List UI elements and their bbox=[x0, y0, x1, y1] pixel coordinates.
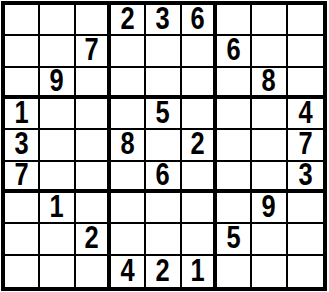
cell-r8c8[interactable] bbox=[252, 224, 287, 255]
given-digit: 3 bbox=[298, 162, 312, 190]
cell-r7c9[interactable] bbox=[288, 193, 323, 224]
given-digit: 6 bbox=[227, 36, 241, 65]
cell-r8c2[interactable] bbox=[40, 224, 75, 255]
cell-r7c6[interactable] bbox=[182, 193, 217, 224]
cell-r9c5: 2 bbox=[146, 256, 181, 287]
cell-r2c8[interactable] bbox=[252, 36, 287, 67]
cell-r7c5[interactable] bbox=[146, 193, 181, 224]
given-digit: 1 bbox=[15, 99, 29, 128]
cell-r8c5[interactable] bbox=[146, 224, 181, 255]
cell-r8c9[interactable] bbox=[288, 224, 323, 255]
given-digit: 1 bbox=[50, 193, 64, 222]
given-digit: 9 bbox=[262, 193, 276, 222]
cell-r8c3: 2 bbox=[76, 224, 111, 255]
cell-r1c5: 3 bbox=[146, 5, 181, 36]
cell-r3c3[interactable] bbox=[76, 68, 111, 99]
cell-r2c4[interactable] bbox=[111, 36, 146, 67]
cell-r1c2[interactable] bbox=[40, 5, 75, 36]
cell-r4c4[interactable] bbox=[111, 99, 146, 130]
given-digit: 9 bbox=[50, 68, 64, 96]
cell-r9c7[interactable] bbox=[217, 256, 252, 287]
cell-r9c8[interactable] bbox=[252, 256, 287, 287]
cell-r5c3[interactable] bbox=[76, 130, 111, 161]
cell-r3c1[interactable] bbox=[5, 68, 40, 99]
cell-r6c8[interactable] bbox=[252, 162, 287, 193]
cell-r3c2: 9 bbox=[40, 68, 75, 99]
cell-r4c7[interactable] bbox=[217, 99, 252, 130]
cell-r6c6[interactable] bbox=[182, 162, 217, 193]
cell-r4c3[interactable] bbox=[76, 99, 111, 130]
given-digit: 2 bbox=[121, 5, 135, 34]
cell-r3c7[interactable] bbox=[217, 68, 252, 99]
cell-r3c9[interactable] bbox=[288, 68, 323, 99]
given-digit: 7 bbox=[84, 36, 98, 65]
given-digit: 5 bbox=[227, 224, 241, 253]
cell-r4c2[interactable] bbox=[40, 99, 75, 130]
cell-r5c2[interactable] bbox=[40, 130, 75, 161]
cell-r8c4[interactable] bbox=[111, 224, 146, 255]
cell-r4c1: 1 bbox=[5, 99, 40, 130]
given-digit: 2 bbox=[84, 224, 98, 253]
cell-r7c2: 1 bbox=[40, 193, 75, 224]
cell-r2c6[interactable] bbox=[182, 36, 217, 67]
given-digit: 3 bbox=[156, 5, 170, 34]
cell-r2c3: 7 bbox=[76, 36, 111, 67]
cell-r5c5[interactable] bbox=[146, 130, 181, 161]
cell-r1c9[interactable] bbox=[288, 5, 323, 36]
given-digit: 8 bbox=[262, 68, 276, 96]
cell-r4c5: 5 bbox=[146, 99, 181, 130]
cell-r7c7[interactable] bbox=[217, 193, 252, 224]
given-digit: 2 bbox=[190, 130, 204, 159]
cell-r7c3[interactable] bbox=[76, 193, 111, 224]
cell-r3c4[interactable] bbox=[111, 68, 146, 99]
cell-r6c7[interactable] bbox=[217, 162, 252, 193]
cell-r5c9: 7 bbox=[288, 130, 323, 161]
cell-r9c2[interactable] bbox=[40, 256, 75, 287]
cell-r2c5[interactable] bbox=[146, 36, 181, 67]
given-digit: 3 bbox=[15, 130, 29, 159]
cell-r7c1[interactable] bbox=[5, 193, 40, 224]
given-digit: 6 bbox=[190, 5, 204, 34]
given-digit: 8 bbox=[121, 130, 135, 159]
cell-r8c7: 5 bbox=[217, 224, 252, 255]
cell-r6c4[interactable] bbox=[111, 162, 146, 193]
cell-r3c5[interactable] bbox=[146, 68, 181, 99]
cell-r2c9[interactable] bbox=[288, 36, 323, 67]
cell-r3c8: 8 bbox=[252, 68, 287, 99]
cell-r1c1[interactable] bbox=[5, 5, 40, 36]
given-digit: 4 bbox=[298, 99, 312, 128]
sudoku-board: 236769815438277631925421 bbox=[1, 1, 327, 291]
cell-r6c9: 3 bbox=[288, 162, 323, 193]
cell-r7c8: 9 bbox=[252, 193, 287, 224]
given-digit: 1 bbox=[190, 256, 204, 286]
cell-r5c4: 8 bbox=[111, 130, 146, 161]
cell-r4c9: 4 bbox=[288, 99, 323, 130]
cell-r2c7: 6 bbox=[217, 36, 252, 67]
cell-r5c8[interactable] bbox=[252, 130, 287, 161]
given-digit: 7 bbox=[298, 130, 312, 159]
cell-r8c6[interactable] bbox=[182, 224, 217, 255]
cell-r5c1: 3 bbox=[5, 130, 40, 161]
cell-r6c3[interactable] bbox=[76, 162, 111, 193]
cell-r9c6: 1 bbox=[182, 256, 217, 287]
cell-r7c4[interactable] bbox=[111, 193, 146, 224]
given-digit: 2 bbox=[156, 256, 170, 286]
cell-r1c6: 6 bbox=[182, 5, 217, 36]
cell-r9c3[interactable] bbox=[76, 256, 111, 287]
cell-r5c6: 2 bbox=[182, 130, 217, 161]
cell-r6c1: 7 bbox=[5, 162, 40, 193]
cell-r1c4: 2 bbox=[111, 5, 146, 36]
cell-r4c8[interactable] bbox=[252, 99, 287, 130]
cell-r1c7[interactable] bbox=[217, 5, 252, 36]
cell-r1c8[interactable] bbox=[252, 5, 287, 36]
cell-r6c2[interactable] bbox=[40, 162, 75, 193]
cell-r8c1[interactable] bbox=[5, 224, 40, 255]
cell-r9c1[interactable] bbox=[5, 256, 40, 287]
cell-r4c6[interactable] bbox=[182, 99, 217, 130]
cell-r9c4: 4 bbox=[111, 256, 146, 287]
given-digit: 4 bbox=[121, 256, 135, 286]
given-digit: 6 bbox=[156, 162, 170, 190]
cell-r2c2[interactable] bbox=[40, 36, 75, 67]
cell-r2c1[interactable] bbox=[5, 36, 40, 67]
cell-r1c3[interactable] bbox=[76, 5, 111, 36]
given-digit: 5 bbox=[156, 99, 170, 128]
cell-r3c6[interactable] bbox=[182, 68, 217, 99]
cell-r5c7[interactable] bbox=[217, 130, 252, 161]
cell-r6c5: 6 bbox=[146, 162, 181, 193]
cell-r9c9[interactable] bbox=[288, 256, 323, 287]
given-digit: 7 bbox=[15, 162, 29, 190]
